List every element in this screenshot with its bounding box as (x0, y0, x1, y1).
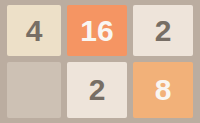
tile-4: 4 (7, 5, 61, 56)
tile-16: 16 (67, 5, 127, 56)
empty-cell (7, 62, 61, 118)
tile-8: 8 (133, 62, 193, 118)
tile-2: 2 (67, 62, 127, 118)
tile-2: 2 (133, 5, 193, 56)
2048-board: 4 16 2 2 8 (0, 0, 200, 123)
